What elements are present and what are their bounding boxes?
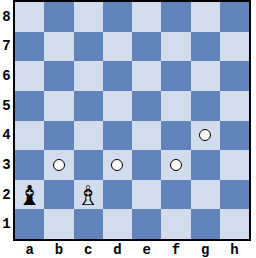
file-label-g: g <box>191 241 220 258</box>
square-c2[interactable]: ♗ <box>74 180 103 210</box>
square-d6[interactable] <box>103 61 132 91</box>
square-h5[interactable] <box>220 91 249 121</box>
square-a5[interactable] <box>15 91 44 121</box>
file-labels: abcdefgh <box>15 241 249 258</box>
square-d3[interactable] <box>103 150 132 180</box>
rank-label-2: 2 <box>0 180 13 210</box>
square-a3[interactable] <box>15 150 44 180</box>
square-a1[interactable] <box>15 209 44 239</box>
square-a8[interactable] <box>15 2 44 32</box>
square-g3[interactable] <box>191 150 220 180</box>
rank-label-7: 7 <box>0 32 13 62</box>
file-label-d: d <box>103 241 132 258</box>
square-h1[interactable] <box>220 209 249 239</box>
square-g4[interactable] <box>191 121 220 151</box>
rank-label-6: 6 <box>0 61 13 91</box>
square-g6[interactable] <box>191 61 220 91</box>
file-label-e: e <box>132 241 161 258</box>
square-d4[interactable] <box>103 121 132 151</box>
square-e2[interactable] <box>132 180 161 210</box>
black-bishop[interactable]: ♝ <box>18 182 42 209</box>
file-label-c: c <box>74 241 103 258</box>
rank-label-8: 8 <box>0 2 13 32</box>
square-f1[interactable] <box>161 209 190 239</box>
square-d2[interactable] <box>103 180 132 210</box>
file-label-a: a <box>15 241 44 258</box>
chess-diagram: 87654321 ♝♗ abcdefgh <box>0 0 256 258</box>
rank-label-4: 4 <box>0 121 13 151</box>
square-f2[interactable] <box>161 180 190 210</box>
square-e8[interactable] <box>132 2 161 32</box>
square-g7[interactable] <box>191 32 220 62</box>
square-e5[interactable] <box>132 91 161 121</box>
white-bishop[interactable]: ♗ <box>76 182 100 209</box>
square-h3[interactable] <box>220 150 249 180</box>
square-g2[interactable] <box>191 180 220 210</box>
board: ♝♗ <box>13 0 251 241</box>
square-e7[interactable] <box>132 32 161 62</box>
square-c4[interactable] <box>74 121 103 151</box>
square-b3[interactable] <box>44 150 73 180</box>
square-b1[interactable] <box>44 209 73 239</box>
square-f7[interactable] <box>161 32 190 62</box>
square-d1[interactable] <box>103 209 132 239</box>
file-label-h: h <box>220 241 249 258</box>
square-h4[interactable] <box>220 121 249 151</box>
file-label-b: b <box>44 241 73 258</box>
square-g5[interactable] <box>191 91 220 121</box>
square-h7[interactable] <box>220 32 249 62</box>
square-e6[interactable] <box>132 61 161 91</box>
square-e1[interactable] <box>132 209 161 239</box>
square-g1[interactable] <box>191 209 220 239</box>
square-f5[interactable] <box>161 91 190 121</box>
square-b6[interactable] <box>44 61 73 91</box>
square-h6[interactable] <box>220 61 249 91</box>
square-f6[interactable] <box>161 61 190 91</box>
square-c6[interactable] <box>74 61 103 91</box>
target-circle-marker <box>170 159 182 171</box>
square-c8[interactable] <box>74 2 103 32</box>
square-a6[interactable] <box>15 61 44 91</box>
square-a2[interactable]: ♝ <box>15 180 44 210</box>
square-d7[interactable] <box>103 32 132 62</box>
rank-label-5: 5 <box>0 91 13 121</box>
rank-label-1: 1 <box>0 209 13 239</box>
square-c7[interactable] <box>74 32 103 62</box>
rank-labels: 87654321 <box>0 2 13 239</box>
target-circle-marker <box>111 159 123 171</box>
square-g8[interactable] <box>191 2 220 32</box>
file-label-f: f <box>161 241 190 258</box>
square-e3[interactable] <box>132 150 161 180</box>
square-a7[interactable] <box>15 32 44 62</box>
square-a4[interactable] <box>15 121 44 151</box>
square-c1[interactable] <box>74 209 103 239</box>
rank-label-3: 3 <box>0 150 13 180</box>
square-d5[interactable] <box>103 91 132 121</box>
target-circle-marker <box>199 129 211 141</box>
square-b4[interactable] <box>44 121 73 151</box>
square-e4[interactable] <box>132 121 161 151</box>
square-f4[interactable] <box>161 121 190 151</box>
square-c5[interactable] <box>74 91 103 121</box>
square-h2[interactable] <box>220 180 249 210</box>
square-f3[interactable] <box>161 150 190 180</box>
square-h8[interactable] <box>220 2 249 32</box>
square-d8[interactable] <box>103 2 132 32</box>
square-b2[interactable] <box>44 180 73 210</box>
square-b8[interactable] <box>44 2 73 32</box>
square-b5[interactable] <box>44 91 73 121</box>
square-f8[interactable] <box>161 2 190 32</box>
target-circle-marker <box>53 159 65 171</box>
square-c3[interactable] <box>74 150 103 180</box>
square-b7[interactable] <box>44 32 73 62</box>
